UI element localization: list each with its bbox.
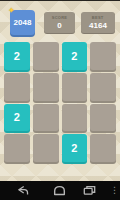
empty-cell-r3c2	[33, 104, 59, 132]
home-icon	[53, 185, 66, 196]
home-button[interactable]	[52, 181, 66, 200]
app-logo-text: 2048	[14, 18, 32, 27]
tile-2-r4c3: 2	[62, 134, 88, 162]
app-logo-tile: ✦ 2048	[10, 10, 35, 35]
empty-cell-r4c2	[33, 134, 59, 162]
score-box: SCORE 0	[44, 12, 75, 33]
tile-2-r3c1: 2	[4, 104, 30, 132]
board[interactable]: 2222	[4, 42, 116, 162]
best-value: 4164	[89, 21, 107, 30]
recents-button[interactable]	[82, 181, 96, 200]
empty-cell-r2c2	[33, 73, 59, 101]
tile-2-r1c1: 2	[4, 42, 30, 70]
empty-cell-r1c2	[33, 42, 59, 70]
best-label: BEST	[92, 17, 104, 20]
menu-dots-icon[interactable]: ⋮	[110, 186, 119, 195]
score-label: SCORE	[52, 17, 67, 20]
android-navbar: ⋮	[0, 181, 120, 200]
empty-cell-r2c1	[4, 73, 30, 101]
score-value: 0	[57, 21, 61, 30]
back-icon	[16, 185, 29, 196]
empty-cell-r4c4	[90, 134, 116, 162]
tile-2-r1c3: 2	[62, 42, 88, 70]
empty-cell-r3c3	[62, 104, 88, 132]
screen-top-edge	[0, 0, 120, 1]
recents-icon	[83, 185, 96, 196]
empty-cell-r4c1	[4, 134, 30, 162]
star-icon: ✦	[8, 6, 15, 15]
phone-screen: ✦ 2048 SCORE 0 BEST 4164 2222	[0, 0, 120, 200]
best-box: BEST 4164	[81, 12, 115, 33]
back-button[interactable]	[15, 181, 29, 200]
empty-cell-r1c4	[90, 42, 116, 70]
empty-cell-r2c3	[62, 73, 88, 101]
empty-cell-r3c4	[90, 104, 116, 132]
empty-cell-r2c4	[90, 73, 116, 101]
